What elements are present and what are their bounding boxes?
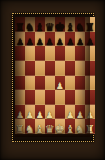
square-b3[interactable] bbox=[25, 90, 35, 105]
square-c5[interactable] bbox=[35, 61, 45, 76]
square-e5[interactable] bbox=[55, 61, 66, 76]
square-e7[interactable]: ♟ bbox=[55, 32, 66, 47]
square-g8[interactable]: ♞ bbox=[75, 17, 85, 32]
square-a3[interactable] bbox=[15, 90, 25, 105]
square-c7[interactable]: ♟ bbox=[35, 32, 45, 47]
square-c1[interactable]: ♝ bbox=[35, 119, 45, 134]
square-e3[interactable] bbox=[55, 90, 66, 105]
square-a2[interactable]: ♟ bbox=[15, 105, 25, 120]
square-e6[interactable] bbox=[55, 46, 66, 61]
board-area: ♜♞♝♛♚♝♞♜♟♟♟♟♟♟♟♟♟♟♟♟♟♟♟♟♜♞♝♛♚♝♞♜ bbox=[15, 17, 90, 137]
board-bottom-ledge bbox=[15, 134, 90, 137]
square-f7[interactable]: ♟ bbox=[65, 32, 75, 47]
square-d7[interactable]: ♟ bbox=[45, 32, 55, 47]
square-g7[interactable]: ♟ bbox=[75, 32, 85, 47]
chess-board: ♜♞♝♛♚♝♞♜♟♟♟♟♟♟♟♟♟♟♟♟♟♟♟♟♜♞♝♛♚♝♞♜ bbox=[15, 17, 90, 134]
square-g2[interactable]: ♟ bbox=[75, 105, 85, 120]
square-f2[interactable]: ♟ bbox=[65, 105, 75, 120]
square-e4[interactable]: ♟ bbox=[55, 76, 66, 91]
square-d6[interactable] bbox=[45, 46, 55, 61]
square-b1[interactable]: ♞ bbox=[25, 119, 35, 134]
square-d2[interactable]: ♟ bbox=[45, 105, 55, 120]
square-c6[interactable] bbox=[35, 46, 45, 61]
square-h4[interactable] bbox=[85, 76, 95, 91]
square-f6[interactable] bbox=[65, 46, 75, 61]
square-b4[interactable] bbox=[25, 76, 35, 91]
square-f3[interactable] bbox=[65, 90, 75, 105]
square-h8[interactable]: ♜ bbox=[85, 17, 95, 32]
square-c2[interactable]: ♟ bbox=[35, 105, 45, 120]
square-g3[interactable] bbox=[75, 90, 85, 105]
square-a5[interactable] bbox=[15, 61, 25, 76]
square-h2[interactable]: ♟ bbox=[85, 105, 95, 120]
square-h7[interactable]: ♟ bbox=[85, 32, 95, 47]
square-d1[interactable]: ♛ bbox=[45, 119, 55, 134]
square-h5[interactable] bbox=[85, 61, 95, 76]
square-b6[interactable] bbox=[25, 46, 35, 61]
square-f1[interactable]: ♝ bbox=[65, 119, 75, 134]
square-d3[interactable] bbox=[45, 90, 55, 105]
square-g1[interactable]: ♞ bbox=[75, 119, 85, 134]
square-h3[interactable] bbox=[85, 90, 95, 105]
square-h6[interactable] bbox=[85, 46, 95, 61]
square-a6[interactable] bbox=[15, 46, 25, 61]
square-f4[interactable] bbox=[65, 76, 75, 91]
square-h1[interactable]: ♜ bbox=[85, 119, 95, 134]
square-g5[interactable] bbox=[75, 61, 85, 76]
square-e8[interactable]: ♚ bbox=[55, 17, 66, 32]
square-g4[interactable] bbox=[75, 76, 85, 91]
square-e1[interactable]: ♚ bbox=[55, 119, 66, 134]
square-b2[interactable]: ♟ bbox=[25, 105, 35, 120]
square-b8[interactable]: ♞ bbox=[25, 17, 35, 32]
square-a4[interactable] bbox=[15, 76, 25, 91]
square-c4[interactable] bbox=[35, 76, 45, 91]
square-d5[interactable] bbox=[45, 61, 55, 76]
square-a1[interactable]: ♜ bbox=[15, 119, 25, 134]
framed-chess-board: ♜♞♝♛♚♝♞♜♟♟♟♟♟♟♟♟♟♟♟♟♟♟♟♟♜♞♝♛♚♝♞♜ bbox=[0, 0, 105, 160]
square-c3[interactable] bbox=[35, 90, 45, 105]
square-g6[interactable] bbox=[75, 46, 85, 61]
square-e2[interactable] bbox=[55, 105, 66, 120]
square-b5[interactable] bbox=[25, 61, 35, 76]
square-f8[interactable]: ♝ bbox=[65, 17, 75, 32]
square-a7[interactable]: ♟ bbox=[15, 32, 25, 47]
square-f5[interactable] bbox=[65, 61, 75, 76]
square-d8[interactable]: ♛ bbox=[45, 17, 55, 32]
square-c8[interactable]: ♝ bbox=[35, 17, 45, 32]
square-b7[interactable]: ♟ bbox=[25, 32, 35, 47]
square-d4[interactable] bbox=[45, 76, 55, 91]
square-a8[interactable]: ♜ bbox=[15, 17, 25, 32]
